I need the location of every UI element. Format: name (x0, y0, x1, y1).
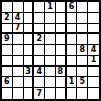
cell-r7c9[interactable] (88, 67, 99, 78)
cell-r5c5[interactable] (45, 45, 56, 56)
cell-r2c4[interactable] (34, 13, 45, 24)
cell-r3c8[interactable] (77, 24, 88, 35)
cell-r4c7[interactable] (67, 34, 78, 45)
cell-r4c8[interactable] (77, 34, 88, 45)
cell-r7c3[interactable]: 3 (24, 67, 35, 78)
cell-r8c6[interactable] (56, 77, 67, 88)
cell-r1c2[interactable] (13, 2, 24, 13)
cell-r9c6[interactable] (56, 88, 67, 99)
cell-r9c3[interactable] (24, 88, 35, 99)
cell-r9c5[interactable] (45, 88, 56, 99)
cell-r7c8[interactable] (77, 67, 88, 78)
cell-r2c9[interactable] (88, 13, 99, 24)
cell-r6c2[interactable] (13, 56, 24, 67)
cell-r3c5[interactable] (45, 24, 56, 35)
cell-r3c3[interactable] (24, 24, 35, 35)
cell-r3c2[interactable]: 7 (13, 24, 24, 35)
cell-r8c3[interactable] (24, 77, 35, 88)
cell-r9c9[interactable] (88, 88, 99, 99)
cell-r1c5[interactable]: 1 (45, 2, 56, 13)
cell-r2c6[interactable] (56, 13, 67, 24)
cell-r9c1[interactable] (2, 88, 13, 99)
cell-r8c9[interactable] (88, 77, 99, 88)
cell-r2c3[interactable] (24, 13, 35, 24)
cell-r1c9[interactable] (88, 2, 99, 13)
cell-r6c8[interactable] (77, 56, 88, 67)
cell-r5c7[interactable] (67, 45, 78, 56)
sudoku-board: 16247928413486157 (0, 0, 101, 101)
cell-r7c4[interactable]: 4 (34, 67, 45, 78)
cell-r7c2[interactable] (13, 67, 24, 78)
cell-r7c7[interactable] (67, 67, 78, 78)
cell-r2c1[interactable]: 2 (2, 13, 13, 24)
cell-r7c6[interactable]: 8 (56, 67, 67, 78)
sudoku-grid: 16247928413486157 (2, 2, 99, 99)
cell-r6c4[interactable] (34, 56, 45, 67)
cell-r2c7[interactable] (67, 13, 78, 24)
cell-r4c5[interactable] (45, 34, 56, 45)
cell-r6c6[interactable] (56, 56, 67, 67)
cell-r2c5[interactable] (45, 13, 56, 24)
cell-r6c9[interactable]: 1 (88, 56, 99, 67)
cell-r5c1[interactable] (2, 45, 13, 56)
cell-r4c2[interactable] (13, 34, 24, 45)
cell-r8c7[interactable]: 1 (67, 77, 78, 88)
cell-r4c1[interactable]: 9 (2, 34, 13, 45)
cell-r5c4[interactable] (34, 45, 45, 56)
cell-r9c7[interactable] (67, 88, 78, 99)
cell-r7c1[interactable] (2, 67, 13, 78)
cell-r1c7[interactable]: 6 (67, 2, 78, 13)
cell-r2c8[interactable] (77, 13, 88, 24)
cell-r5c8[interactable]: 8 (77, 45, 88, 56)
cell-r3c6[interactable] (56, 24, 67, 35)
cell-r4c4[interactable]: 2 (34, 34, 45, 45)
cell-r1c1[interactable] (2, 2, 13, 13)
cell-r6c3[interactable] (24, 56, 35, 67)
cell-r5c3[interactable] (24, 45, 35, 56)
cell-r7c5[interactable] (45, 67, 56, 78)
cell-r3c7[interactable] (67, 24, 78, 35)
cell-r2c2[interactable]: 4 (13, 13, 24, 24)
cell-r3c1[interactable] (2, 24, 13, 35)
cell-r6c5[interactable] (45, 56, 56, 67)
cell-r5c9[interactable]: 4 (88, 45, 99, 56)
cell-r5c6[interactable] (56, 45, 67, 56)
cell-r8c1[interactable]: 6 (2, 77, 13, 88)
cell-r1c3[interactable] (24, 2, 35, 13)
cell-r9c4[interactable]: 7 (34, 88, 45, 99)
cell-r8c4[interactable] (34, 77, 45, 88)
cell-r4c9[interactable] (88, 34, 99, 45)
cell-r8c5[interactable] (45, 77, 56, 88)
cell-r1c8[interactable] (77, 2, 88, 13)
cell-r8c8[interactable]: 5 (77, 77, 88, 88)
cell-r3c9[interactable] (88, 24, 99, 35)
cell-r6c1[interactable] (2, 56, 13, 67)
cell-r1c4[interactable] (34, 2, 45, 13)
cell-r5c2[interactable] (13, 45, 24, 56)
cell-r8c2[interactable] (13, 77, 24, 88)
cell-r3c4[interactable] (34, 24, 45, 35)
cell-r4c6[interactable] (56, 34, 67, 45)
cell-r9c2[interactable] (13, 88, 24, 99)
cell-r1c6[interactable] (56, 2, 67, 13)
cell-r4c3[interactable] (24, 34, 35, 45)
cell-r6c7[interactable] (67, 56, 78, 67)
cell-r9c8[interactable] (77, 88, 88, 99)
